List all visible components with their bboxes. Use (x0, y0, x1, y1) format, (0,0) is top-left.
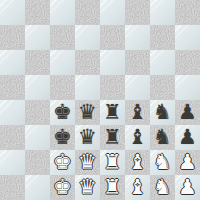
granite-texture (100, 25, 125, 50)
square-c8[interactable] (50, 0, 75, 25)
square-h5[interactable] (175, 75, 200, 100)
square-e4[interactable]: ♜ (100, 100, 125, 125)
square-e6[interactable] (100, 50, 125, 75)
granite-texture (100, 75, 125, 100)
white-knight: ♞ (150, 175, 175, 200)
square-h8[interactable] (175, 0, 200, 25)
square-c3[interactable]: ♚ (50, 125, 75, 150)
granite-texture (25, 100, 50, 125)
granite-texture (25, 50, 50, 75)
black-rook: ♜ (100, 100, 125, 125)
granite-texture (75, 50, 100, 75)
square-c4[interactable]: ♚ (50, 100, 75, 125)
granite-texture (0, 25, 25, 50)
square-g7[interactable] (150, 25, 175, 50)
square-g3[interactable]: ♞ (150, 125, 175, 150)
square-f6[interactable] (125, 50, 150, 75)
white-pawn: ♟ (175, 175, 200, 200)
square-g2[interactable]: ♞ (150, 150, 175, 175)
square-g1[interactable]: ♞ (150, 175, 175, 200)
square-b2[interactable] (25, 150, 50, 175)
square-d5[interactable] (75, 75, 100, 100)
square-h4[interactable]: ♟ (175, 100, 200, 125)
square-b4[interactable] (25, 100, 50, 125)
black-bishop: ♝ (125, 100, 150, 125)
square-a2[interactable] (0, 150, 25, 175)
black-queen: ♛ (75, 100, 100, 125)
square-a5[interactable] (0, 75, 25, 100)
square-g4[interactable]: ♞ (150, 100, 175, 125)
square-e5[interactable] (100, 75, 125, 100)
granite-texture (50, 75, 75, 100)
square-c6[interactable] (50, 50, 75, 75)
square-f5[interactable] (125, 75, 150, 100)
black-knight: ♞ (150, 125, 175, 150)
square-f3[interactable]: ♝ (125, 125, 150, 150)
white-queen: ♛ (75, 175, 100, 200)
square-d7[interactable] (75, 25, 100, 50)
black-queen: ♛ (75, 125, 100, 150)
square-d8[interactable] (75, 0, 100, 25)
square-d1[interactable]: ♛ (75, 175, 100, 200)
black-pawn: ♟ (175, 125, 200, 150)
square-d2[interactable]: ♛ (75, 150, 100, 175)
square-c2[interactable]: ♚ (50, 150, 75, 175)
square-e8[interactable] (100, 0, 125, 25)
square-b8[interactable] (25, 0, 50, 25)
granite-texture (175, 50, 200, 75)
square-a8[interactable] (0, 0, 25, 25)
granite-texture (50, 25, 75, 50)
granite-texture (150, 25, 175, 50)
black-pawn: ♟ (175, 100, 200, 125)
white-bishop: ♝ (125, 175, 150, 200)
square-e1[interactable]: ♜ (100, 175, 125, 200)
square-b6[interactable] (25, 50, 50, 75)
square-f4[interactable]: ♝ (125, 100, 150, 125)
square-f1[interactable]: ♝ (125, 175, 150, 200)
square-g8[interactable] (150, 0, 175, 25)
black-rook: ♜ (100, 125, 125, 150)
white-bishop: ♝ (125, 150, 150, 175)
square-h3[interactable]: ♟ (175, 125, 200, 150)
square-h2[interactable]: ♟ (175, 150, 200, 175)
black-bishop: ♝ (125, 125, 150, 150)
white-queen: ♛ (75, 150, 100, 175)
square-a4[interactable] (0, 100, 25, 125)
granite-texture (125, 50, 150, 75)
square-b7[interactable] (25, 25, 50, 50)
white-king: ♚ (50, 150, 75, 175)
square-a6[interactable] (0, 50, 25, 75)
square-e7[interactable] (100, 25, 125, 50)
square-f7[interactable] (125, 25, 150, 50)
white-rook: ♜ (100, 175, 125, 200)
square-e2[interactable]: ♜ (100, 150, 125, 175)
white-rook: ♜ (100, 150, 125, 175)
square-c5[interactable] (50, 75, 75, 100)
chess-board: ♚♛♜♝♞♟♚♛♜♝♞♟♚♛♜♝♞♟♚♛♜♝♞♟ (0, 0, 200, 200)
granite-texture (75, 0, 100, 25)
white-king: ♚ (50, 175, 75, 200)
square-d4[interactable]: ♛ (75, 100, 100, 125)
granite-texture (0, 175, 25, 200)
black-king: ♚ (50, 100, 75, 125)
square-e3[interactable]: ♜ (100, 125, 125, 150)
square-h6[interactable] (175, 50, 200, 75)
square-f2[interactable]: ♝ (125, 150, 150, 175)
square-a1[interactable] (0, 175, 25, 200)
square-h7[interactable] (175, 25, 200, 50)
square-g5[interactable] (150, 75, 175, 100)
square-a3[interactable] (0, 125, 25, 150)
granite-texture (175, 0, 200, 25)
granite-texture (25, 0, 50, 25)
square-c1[interactable]: ♚ (50, 175, 75, 200)
square-d3[interactable]: ♛ (75, 125, 100, 150)
square-a7[interactable] (0, 25, 25, 50)
white-pawn: ♟ (175, 150, 200, 175)
square-b3[interactable] (25, 125, 50, 150)
black-king: ♚ (50, 125, 75, 150)
granite-texture (25, 150, 50, 175)
square-g6[interactable] (150, 50, 175, 75)
square-d6[interactable] (75, 50, 100, 75)
square-h1[interactable]: ♟ (175, 175, 200, 200)
white-knight: ♞ (150, 150, 175, 175)
square-b1[interactable] (25, 175, 50, 200)
square-c7[interactable] (50, 25, 75, 50)
granite-texture (0, 125, 25, 150)
square-b5[interactable] (25, 75, 50, 100)
square-f8[interactable] (125, 0, 150, 25)
granite-texture (150, 75, 175, 100)
black-knight: ♞ (150, 100, 175, 125)
granite-texture (0, 75, 25, 100)
granite-texture (125, 0, 150, 25)
